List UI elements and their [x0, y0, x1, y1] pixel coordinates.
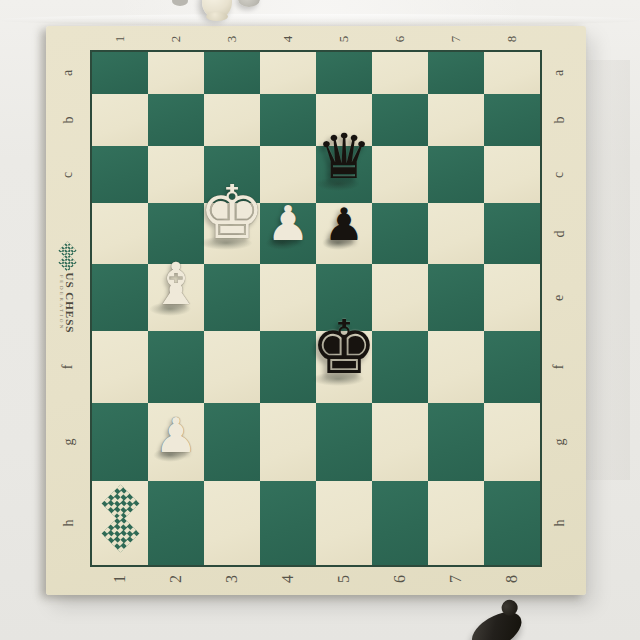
coord-bottom-3: 3: [222, 569, 242, 589]
square-e3[interactable]: [204, 264, 260, 331]
square-e8[interactable]: [484, 264, 540, 331]
square-a3[interactable]: [204, 52, 260, 94]
square-d7[interactable]: [428, 203, 484, 264]
coord-bottom-4: 4: [278, 569, 298, 589]
square-g4[interactable]: [260, 403, 316, 481]
square-b4[interactable]: [260, 94, 316, 146]
coord-top-8: 8: [502, 29, 522, 49]
coord-left-b: b: [58, 110, 78, 130]
square-g8[interactable]: [484, 403, 540, 481]
us-chess-sub-wordmark: FEDERATION: [59, 275, 64, 331]
coord-bottom-6: 6: [390, 569, 410, 589]
square-f3[interactable]: [204, 331, 260, 403]
coord-top-1: 1: [110, 29, 130, 49]
square-b7[interactable]: [428, 94, 484, 146]
chess-mat: 1234567812345678abcfghabcdefgh ♛♟♚♟♚♝♟ U…: [46, 26, 586, 595]
square-a1[interactable]: [92, 52, 148, 94]
coord-bottom-8: 8: [502, 569, 522, 589]
piece-black-queen-c5[interactable]: ♛: [316, 126, 372, 188]
square-c1[interactable]: [92, 146, 148, 203]
piece-white-king-d3[interactable]: ♚: [199, 175, 265, 249]
coord-top-2: 2: [166, 29, 186, 49]
off-board-white-pawn[interactable]: [202, 0, 232, 18]
coord-bottom-7: 7: [446, 569, 466, 589]
coord-right-b: b: [549, 110, 569, 130]
square-f8[interactable]: [484, 331, 540, 403]
coord-bottom-2: 2: [166, 569, 186, 589]
coord-top-5: 5: [334, 29, 354, 49]
square-h6[interactable]: [372, 481, 428, 565]
coord-left-c: c: [58, 165, 78, 185]
off-board-black-piece[interactable]: [466, 604, 528, 640]
us-chess-branding: US CHESS FEDERATION: [46, 241, 92, 371]
piece-black-king-f5[interactable]: ♚: [311, 310, 377, 384]
square-h8[interactable]: [484, 481, 540, 565]
square-e6[interactable]: [372, 264, 428, 331]
square-h4[interactable]: [260, 481, 316, 565]
square-h5[interactable]: [316, 481, 372, 565]
coord-top-6: 6: [390, 29, 410, 49]
square-f6[interactable]: [372, 331, 428, 403]
square-h7[interactable]: [428, 481, 484, 565]
coord-right-g: g: [549, 432, 569, 452]
us-chess-wordmark: US CHESS: [64, 273, 76, 334]
square-a6[interactable]: [372, 52, 428, 94]
tablecloth-wrinkle: [0, 14, 640, 26]
square-a2[interactable]: [148, 52, 204, 94]
us-chess-logo-diamond-icon: [101, 514, 139, 552]
square-b8[interactable]: [484, 94, 540, 146]
square-a8[interactable]: [484, 52, 540, 94]
square-g5[interactable]: [316, 403, 372, 481]
coord-right-e: e: [549, 288, 569, 308]
square-c8[interactable]: [484, 146, 540, 203]
coord-top-7: 7: [446, 29, 466, 49]
piece-white-pawn-g2[interactable]: ♟: [154, 411, 197, 459]
coord-left-g: g: [58, 432, 78, 452]
coord-right-c: c: [549, 165, 569, 185]
coord-right-a: a: [549, 63, 569, 83]
square-f2[interactable]: [148, 331, 204, 403]
piece-white-bishop-e2[interactable]: ♝: [150, 255, 202, 313]
square-c6[interactable]: [372, 146, 428, 203]
coord-bottom-1: 1: [110, 569, 130, 589]
square-a4[interactable]: [260, 52, 316, 94]
square-b6[interactable]: [372, 94, 428, 146]
coord-top-4: 4: [278, 29, 298, 49]
coord-left-h: h: [58, 513, 78, 533]
coord-right-h: h: [549, 513, 569, 533]
off-board-piece[interactable]: [172, 0, 188, 6]
square-e7[interactable]: [428, 264, 484, 331]
square-c2[interactable]: [148, 146, 204, 203]
off-board-piece[interactable]: [238, 0, 260, 7]
piece-white-pawn-d4[interactable]: ♟: [266, 199, 309, 247]
square-d1[interactable]: [92, 203, 148, 264]
piece-black-pawn-d5[interactable]: ♟: [324, 202, 364, 247]
square-f7[interactable]: [428, 331, 484, 403]
square-g7[interactable]: [428, 403, 484, 481]
coord-top-3: 3: [222, 29, 242, 49]
square-g1[interactable]: [92, 403, 148, 481]
square-b3[interactable]: [204, 94, 260, 146]
coord-left-a: a: [58, 63, 78, 83]
square-b1[interactable]: [92, 94, 148, 146]
square-h3[interactable]: [204, 481, 260, 565]
square-g6[interactable]: [372, 403, 428, 481]
square-a7[interactable]: [428, 52, 484, 94]
square-e1[interactable]: [92, 264, 148, 331]
square-g3[interactable]: [204, 403, 260, 481]
square-b2[interactable]: [148, 94, 204, 146]
square-h2[interactable]: [148, 481, 204, 565]
square-a5[interactable]: [316, 52, 372, 94]
square-d8[interactable]: [484, 203, 540, 264]
us-chess-corner-logo: [102, 484, 140, 562]
square-c7[interactable]: [428, 146, 484, 203]
coord-right-f: f: [549, 357, 569, 377]
square-f4[interactable]: [260, 331, 316, 403]
coord-bottom-5: 5: [334, 569, 354, 589]
coord-right-d: d: [549, 224, 569, 244]
square-e4[interactable]: [260, 264, 316, 331]
square-d6[interactable]: [372, 203, 428, 264]
square-f1[interactable]: [92, 331, 148, 403]
